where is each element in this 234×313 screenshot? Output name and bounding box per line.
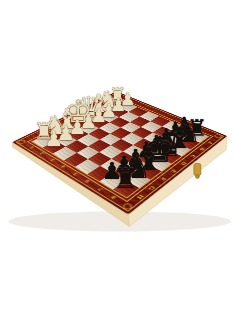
corner-left [11, 141, 14, 143]
board-field [33, 99, 208, 198]
corner-near [126, 213, 130, 216]
corner-right [226, 135, 229, 137]
board-3d-wrap: 12345678HGFEDCBA [45, 63, 197, 215]
product-photo: 12345678HGFEDCBA ♜♞♝♛♚♝♞♜♟♟♟♟♟♟♟♟♟♟♟♟♟♟♟… [0, 0, 234, 313]
chess-board: 12345678HGFEDCBA [12, 91, 227, 214]
